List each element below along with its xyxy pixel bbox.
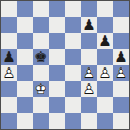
square-c6[interactable] bbox=[33, 33, 49, 49]
piece-white-pawn[interactable]: ♟ bbox=[113, 65, 129, 81]
piece-white-pawn[interactable]: ♟ bbox=[97, 65, 113, 81]
square-c4[interactable] bbox=[33, 65, 49, 81]
piece-white-pawn-outline: ♙ bbox=[1, 65, 17, 81]
piece-black-pawn[interactable]: ♟ bbox=[1, 49, 17, 65]
square-g8[interactable] bbox=[97, 1, 113, 17]
square-e8[interactable] bbox=[65, 1, 81, 17]
square-e6[interactable] bbox=[65, 33, 81, 49]
square-g6[interactable]: ♟ bbox=[97, 33, 113, 49]
square-b1[interactable] bbox=[17, 113, 33, 129]
piece-white-pawn-outline: ♙ bbox=[113, 65, 129, 81]
square-b8[interactable] bbox=[17, 1, 33, 17]
chess-board: ♟♟♟♚♟♟♙♟♙♟♙♟♙♚♔♟♙ bbox=[1, 1, 129, 129]
square-e3[interactable] bbox=[65, 81, 81, 97]
square-c7[interactable] bbox=[33, 17, 49, 33]
square-g4[interactable]: ♟♙ bbox=[97, 65, 113, 81]
square-a8[interactable] bbox=[1, 1, 17, 17]
square-a4[interactable]: ♟♙ bbox=[1, 65, 17, 81]
square-d3[interactable] bbox=[49, 81, 65, 97]
square-h7[interactable] bbox=[113, 17, 129, 33]
piece-white-pawn[interactable]: ♟ bbox=[81, 65, 97, 81]
square-e4[interactable] bbox=[65, 65, 81, 81]
square-e7[interactable] bbox=[65, 17, 81, 33]
square-d7[interactable] bbox=[49, 17, 65, 33]
piece-black-king[interactable]: ♚ bbox=[33, 49, 49, 65]
piece-black-pawn[interactable]: ♟ bbox=[113, 49, 129, 65]
square-c8[interactable] bbox=[33, 1, 49, 17]
square-h3[interactable] bbox=[113, 81, 129, 97]
piece-white-pawn[interactable]: ♟ bbox=[81, 81, 97, 97]
square-a5[interactable]: ♟ bbox=[1, 49, 17, 65]
square-f7[interactable]: ♟ bbox=[81, 17, 97, 33]
piece-white-king[interactable]: ♚ bbox=[33, 81, 49, 97]
piece-white-king-outline: ♔ bbox=[33, 81, 49, 97]
piece-white-pawn-outline: ♙ bbox=[97, 65, 113, 81]
square-g1[interactable] bbox=[97, 113, 113, 129]
square-h6[interactable] bbox=[113, 33, 129, 49]
square-g5[interactable] bbox=[97, 49, 113, 65]
square-d2[interactable] bbox=[49, 97, 65, 113]
square-b7[interactable] bbox=[17, 17, 33, 33]
piece-black-pawn[interactable]: ♟ bbox=[81, 17, 97, 33]
square-e5[interactable] bbox=[65, 49, 81, 65]
square-d8[interactable] bbox=[49, 1, 65, 17]
square-f1[interactable] bbox=[81, 113, 97, 129]
square-b2[interactable] bbox=[17, 97, 33, 113]
square-f2[interactable] bbox=[81, 97, 97, 113]
square-h8[interactable] bbox=[113, 1, 129, 17]
square-b5[interactable] bbox=[17, 49, 33, 65]
square-c3[interactable]: ♚♔ bbox=[33, 81, 49, 97]
square-a2[interactable] bbox=[1, 97, 17, 113]
square-e1[interactable] bbox=[65, 113, 81, 129]
square-a3[interactable] bbox=[1, 81, 17, 97]
piece-black-pawn[interactable]: ♟ bbox=[97, 33, 113, 49]
square-c2[interactable] bbox=[33, 97, 49, 113]
square-b6[interactable] bbox=[17, 33, 33, 49]
piece-white-pawn[interactable]: ♟ bbox=[1, 65, 17, 81]
square-d4[interactable] bbox=[49, 65, 65, 81]
chess-board-frame: ♟♟♟♚♟♟♙♟♙♟♙♟♙♚♔♟♙ bbox=[0, 0, 130, 130]
square-d5[interactable] bbox=[49, 49, 65, 65]
square-f3[interactable]: ♟♙ bbox=[81, 81, 97, 97]
square-h2[interactable] bbox=[113, 97, 129, 113]
square-a1[interactable] bbox=[1, 113, 17, 129]
square-b3[interactable] bbox=[17, 81, 33, 97]
square-a6[interactable] bbox=[1, 33, 17, 49]
piece-white-pawn-outline: ♙ bbox=[81, 65, 97, 81]
square-c5[interactable]: ♚ bbox=[33, 49, 49, 65]
square-f5[interactable] bbox=[81, 49, 97, 65]
square-g3[interactable] bbox=[97, 81, 113, 97]
square-f6[interactable] bbox=[81, 33, 97, 49]
square-h4[interactable]: ♟♙ bbox=[113, 65, 129, 81]
square-f4[interactable]: ♟♙ bbox=[81, 65, 97, 81]
square-g7[interactable] bbox=[97, 17, 113, 33]
square-d6[interactable] bbox=[49, 33, 65, 49]
square-f8[interactable] bbox=[81, 1, 97, 17]
piece-white-pawn-outline: ♙ bbox=[81, 81, 97, 97]
square-h5[interactable]: ♟ bbox=[113, 49, 129, 65]
square-h1[interactable] bbox=[113, 113, 129, 129]
square-e2[interactable] bbox=[65, 97, 81, 113]
square-c1[interactable] bbox=[33, 113, 49, 129]
square-a7[interactable] bbox=[1, 17, 17, 33]
square-g2[interactable] bbox=[97, 97, 113, 113]
square-b4[interactable] bbox=[17, 65, 33, 81]
square-d1[interactable] bbox=[49, 113, 65, 129]
